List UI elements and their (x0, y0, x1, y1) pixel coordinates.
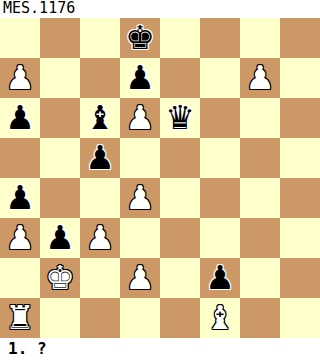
black-pawn-a4[interactable]: ♟ (5, 181, 35, 214)
square-d4[interactable]: ♟ (120, 178, 160, 218)
square-g7[interactable]: ♟ (240, 58, 280, 98)
square-d3[interactable] (120, 218, 160, 258)
square-b5[interactable] (40, 138, 80, 178)
square-f3[interactable] (200, 218, 240, 258)
square-a2[interactable] (0, 258, 40, 298)
square-c4[interactable] (80, 178, 120, 218)
square-d6[interactable]: ♟ (120, 98, 160, 138)
square-f6[interactable] (200, 98, 240, 138)
square-f2[interactable]: ♟ (200, 258, 240, 298)
square-g8[interactable] (240, 18, 280, 58)
black-pawn-d7[interactable]: ♟ (125, 61, 155, 94)
square-b2[interactable]: ♚ (40, 258, 80, 298)
move-prompt: 1. ? (0, 338, 320, 360)
square-b1[interactable] (40, 298, 80, 338)
square-f5[interactable] (200, 138, 240, 178)
square-d5[interactable] (120, 138, 160, 178)
white-rook-a1[interactable]: ♜ (5, 301, 35, 334)
square-b3[interactable]: ♟ (40, 218, 80, 258)
square-a3[interactable]: ♟ (0, 218, 40, 258)
puzzle-title: MES.1176 (0, 0, 320, 18)
square-h2[interactable] (280, 258, 320, 298)
square-h4[interactable] (280, 178, 320, 218)
square-c2[interactable] (80, 258, 120, 298)
white-pawn-g7[interactable]: ♟ (245, 61, 275, 94)
square-a1[interactable]: ♜ (0, 298, 40, 338)
black-queen-e6[interactable]: ♛ (165, 101, 195, 134)
black-pawn-f2[interactable]: ♟ (205, 261, 235, 294)
white-pawn-d2[interactable]: ♟ (125, 261, 155, 294)
square-g3[interactable] (240, 218, 280, 258)
square-b4[interactable] (40, 178, 80, 218)
white-pawn-a7[interactable]: ♟ (5, 61, 35, 94)
square-c5[interactable]: ♟ (80, 138, 120, 178)
square-f8[interactable] (200, 18, 240, 58)
square-d7[interactable]: ♟ (120, 58, 160, 98)
square-h3[interactable] (280, 218, 320, 258)
square-e3[interactable] (160, 218, 200, 258)
black-pawn-c5[interactable]: ♟ (85, 141, 115, 174)
white-bishop-f1[interactable]: ♝ (205, 301, 235, 334)
square-g4[interactable] (240, 178, 280, 218)
white-king-b2[interactable]: ♚ (45, 261, 75, 294)
black-bishop-c6[interactable]: ♝ (85, 101, 115, 134)
white-pawn-d4[interactable]: ♟ (125, 181, 155, 214)
square-c8[interactable] (80, 18, 120, 58)
square-e1[interactable] (160, 298, 200, 338)
square-f4[interactable] (200, 178, 240, 218)
square-c7[interactable] (80, 58, 120, 98)
white-pawn-d6[interactable]: ♟ (125, 101, 155, 134)
square-d8[interactable]: ♚ (120, 18, 160, 58)
square-e8[interactable] (160, 18, 200, 58)
square-f1[interactable]: ♝ (200, 298, 240, 338)
black-king-d8[interactable]: ♚ (125, 21, 155, 54)
square-g2[interactable] (240, 258, 280, 298)
square-e2[interactable] (160, 258, 200, 298)
square-h8[interactable] (280, 18, 320, 58)
square-b8[interactable] (40, 18, 80, 58)
square-a7[interactable]: ♟ (0, 58, 40, 98)
square-h5[interactable] (280, 138, 320, 178)
square-d2[interactable]: ♟ (120, 258, 160, 298)
square-b7[interactable] (40, 58, 80, 98)
square-h6[interactable] (280, 98, 320, 138)
square-a5[interactable] (0, 138, 40, 178)
white-pawn-c3[interactable]: ♟ (85, 221, 115, 254)
black-pawn-a6[interactable]: ♟ (5, 101, 35, 134)
square-d1[interactable] (120, 298, 160, 338)
chess-board: ♚♟♟♟♟♝♟♛♟♟♟♟♟♟♚♟♟♜♝ (0, 18, 320, 338)
square-a4[interactable]: ♟ (0, 178, 40, 218)
square-b6[interactable] (40, 98, 80, 138)
white-pawn-a3[interactable]: ♟ (5, 221, 35, 254)
square-e7[interactable] (160, 58, 200, 98)
square-e5[interactable] (160, 138, 200, 178)
square-g5[interactable] (240, 138, 280, 178)
square-e4[interactable] (160, 178, 200, 218)
square-h1[interactable] (280, 298, 320, 338)
black-pawn-b3[interactable]: ♟ (45, 221, 75, 254)
square-e6[interactable]: ♛ (160, 98, 200, 138)
square-c1[interactable] (80, 298, 120, 338)
square-h7[interactable] (280, 58, 320, 98)
square-f7[interactable] (200, 58, 240, 98)
square-g1[interactable] (240, 298, 280, 338)
square-c3[interactable]: ♟ (80, 218, 120, 258)
square-a6[interactable]: ♟ (0, 98, 40, 138)
square-g6[interactable] (240, 98, 280, 138)
square-c6[interactable]: ♝ (80, 98, 120, 138)
square-a8[interactable] (0, 18, 40, 58)
